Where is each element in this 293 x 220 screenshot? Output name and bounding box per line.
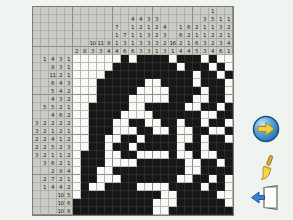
grid-cell-empty[interactable] xyxy=(81,119,89,127)
grid-cell-filled[interactable] xyxy=(169,87,177,95)
grid-cell-filled[interactable] xyxy=(129,79,137,87)
next-button[interactable] xyxy=(252,115,280,143)
grid-cell-filled[interactable] xyxy=(169,119,177,127)
grid-cell-empty[interactable] xyxy=(153,119,161,127)
grid-cell-filled[interactable] xyxy=(97,191,105,199)
grid-cell-empty[interactable] xyxy=(161,127,169,135)
grid-cell-empty[interactable] xyxy=(73,71,81,79)
grid-cell-empty[interactable] xyxy=(145,183,153,191)
grid-cell-filled[interactable] xyxy=(121,95,129,103)
grid-cell-filled[interactable] xyxy=(97,135,105,143)
grid-cell-filled[interactable] xyxy=(129,119,137,127)
grid-cell-empty[interactable] xyxy=(161,95,169,103)
grid-cell-empty[interactable] xyxy=(121,111,129,119)
grid-cell-empty[interactable] xyxy=(89,95,97,103)
grid-cell-filled[interactable] xyxy=(193,87,201,95)
grid-cell-empty[interactable] xyxy=(97,55,105,63)
grid-cell-filled[interactable] xyxy=(209,167,217,175)
grid-cell-filled[interactable] xyxy=(193,207,201,215)
grid-cell-filled[interactable] xyxy=(185,79,193,87)
grid-cell-empty[interactable] xyxy=(113,159,121,167)
grid-cell-filled[interactable] xyxy=(177,79,185,87)
grid-cell-filled[interactable] xyxy=(209,183,217,191)
grid-cell-filled[interactable] xyxy=(217,119,225,127)
grid-cell-filled[interactable] xyxy=(209,199,217,207)
grid-cell-filled[interactable] xyxy=(113,71,121,79)
grid-cell-filled[interactable] xyxy=(161,79,169,87)
grid-cell-empty[interactable] xyxy=(129,143,137,151)
grid-cell-filled[interactable] xyxy=(169,183,177,191)
grid-cell-filled[interactable] xyxy=(169,151,177,159)
grid-cell-filled[interactable] xyxy=(225,143,233,151)
grid-cell-filled[interactable] xyxy=(129,135,137,143)
grid-cell-filled[interactable] xyxy=(169,103,177,111)
grid-cell-filled[interactable] xyxy=(113,103,121,111)
grid-cell-empty[interactable] xyxy=(73,151,81,159)
grid-cell-filled[interactable] xyxy=(161,175,169,183)
grid-cell-empty[interactable] xyxy=(177,135,185,143)
grid-cell-empty[interactable] xyxy=(73,127,81,135)
grid-cell-empty[interactable] xyxy=(113,127,121,135)
grid-cell-filled[interactable] xyxy=(161,103,169,111)
grid-cell-empty[interactable] xyxy=(161,199,169,207)
grid-cell-filled[interactable] xyxy=(177,183,185,191)
grid-cell-empty[interactable] xyxy=(73,183,81,191)
grid-cell-filled[interactable] xyxy=(129,183,137,191)
grid-cell-filled[interactable] xyxy=(217,95,225,103)
grid-cell-empty[interactable] xyxy=(145,111,153,119)
grid-cell-empty[interactable] xyxy=(201,55,209,63)
grid-cell-filled[interactable] xyxy=(97,151,105,159)
grid-cell-filled[interactable] xyxy=(89,191,97,199)
grid-cell-empty[interactable] xyxy=(129,159,137,167)
grid-cell-filled[interactable] xyxy=(153,175,161,183)
grid-cell-filled[interactable] xyxy=(121,63,129,71)
grid-cell-empty[interactable] xyxy=(129,111,137,119)
grid-cell-filled[interactable] xyxy=(209,95,217,103)
grid-cell-filled[interactable] xyxy=(201,71,209,79)
grid-cell-empty[interactable] xyxy=(137,151,145,159)
grid-cell-filled[interactable] xyxy=(217,143,225,151)
grid-cell-filled[interactable] xyxy=(121,151,129,159)
grid-cell-empty[interactable] xyxy=(129,103,137,111)
grid-cell-filled[interactable] xyxy=(105,183,113,191)
grid-cell-empty[interactable] xyxy=(105,63,113,71)
grid-cell-empty[interactable] xyxy=(177,127,185,135)
grid-cell-empty[interactable] xyxy=(113,151,121,159)
grid-cell-empty[interactable] xyxy=(105,175,113,183)
grid-cell-empty[interactable] xyxy=(81,127,89,135)
grid-cell-filled[interactable] xyxy=(81,175,89,183)
grid-cell-filled[interactable] xyxy=(73,199,81,207)
grid-cell-empty[interactable] xyxy=(105,151,113,159)
grid-cell-empty[interactable] xyxy=(97,63,105,71)
grid-cell-filled[interactable] xyxy=(105,119,113,127)
grid-cell-filled[interactable] xyxy=(169,95,177,103)
grid-cell-filled[interactable] xyxy=(209,87,217,95)
grid-cell-filled[interactable] xyxy=(105,207,113,215)
grid-cell-filled[interactable] xyxy=(177,159,185,167)
grid-cell-filled[interactable] xyxy=(129,199,137,207)
grid-cell-filled[interactable] xyxy=(169,159,177,167)
grid-cell-empty[interactable] xyxy=(73,143,81,151)
grid-cell-empty[interactable] xyxy=(97,71,105,79)
grid-cell-empty[interactable] xyxy=(225,191,233,199)
grid-cell-filled[interactable] xyxy=(185,183,193,191)
grid-cell-empty[interactable] xyxy=(153,207,161,215)
grid-cell-filled[interactable] xyxy=(193,135,201,143)
grid-cell-filled[interactable] xyxy=(153,159,161,167)
grid-cell-filled[interactable] xyxy=(161,71,169,79)
grid-cell-filled[interactable] xyxy=(89,199,97,207)
grid-cell-filled[interactable] xyxy=(89,119,97,127)
grid-cell-empty[interactable] xyxy=(105,159,113,167)
grid-cell-empty[interactable] xyxy=(185,167,193,175)
grid-cell-filled[interactable] xyxy=(217,111,225,119)
grid-cell-filled[interactable] xyxy=(137,127,145,135)
grid-cell-filled[interactable] xyxy=(185,87,193,95)
grid-cell-empty[interactable] xyxy=(81,103,89,111)
grid-cell-empty[interactable] xyxy=(201,183,209,191)
grid-cell-empty[interactable] xyxy=(81,111,89,119)
grid-cell-empty[interactable] xyxy=(225,199,233,207)
grid-cell-filled[interactable] xyxy=(153,55,161,63)
grid-cell-filled[interactable] xyxy=(105,87,113,95)
grid-cell-filled[interactable] xyxy=(193,151,201,159)
grid-cell-filled[interactable] xyxy=(137,207,145,215)
grid-cell-empty[interactable] xyxy=(73,135,81,143)
grid-cell-empty[interactable] xyxy=(193,167,201,175)
grid-cell-empty[interactable] xyxy=(73,111,81,119)
grid-cell-filled[interactable] xyxy=(169,71,177,79)
grid-cell-empty[interactable] xyxy=(201,87,209,95)
grid-cell-filled[interactable] xyxy=(217,207,225,215)
grid-cell-filled[interactable] xyxy=(105,95,113,103)
grid-cell-empty[interactable] xyxy=(113,175,121,183)
grid-cell-empty[interactable] xyxy=(73,63,81,71)
grid-cell-filled[interactable] xyxy=(217,183,225,191)
grid-cell-filled[interactable] xyxy=(105,111,113,119)
grid-cell-empty[interactable] xyxy=(89,63,97,71)
grid-cell-empty[interactable] xyxy=(209,175,217,183)
grid-cell-filled[interactable] xyxy=(161,143,169,151)
grid-cell-filled[interactable] xyxy=(185,207,193,215)
grid-cell-empty[interactable] xyxy=(73,103,81,111)
grid-cell-empty[interactable] xyxy=(81,135,89,143)
grid-cell-empty[interactable] xyxy=(193,95,201,103)
grid-cell-filled[interactable] xyxy=(217,135,225,143)
grid-cell-filled[interactable] xyxy=(121,175,129,183)
grid-cell-filled[interactable] xyxy=(217,167,225,175)
grid-cell-empty[interactable] xyxy=(225,95,233,103)
grid-cell-filled[interactable] xyxy=(121,199,129,207)
grid-cell-empty[interactable] xyxy=(201,95,209,103)
grid-cell-empty[interactable] xyxy=(113,119,121,127)
grid-cell-filled[interactable] xyxy=(177,95,185,103)
grid-cell-empty[interactable] xyxy=(225,63,233,71)
grid-cell-filled[interactable] xyxy=(153,135,161,143)
grid-cell-filled[interactable] xyxy=(89,167,97,175)
grid-cell-filled[interactable] xyxy=(161,63,169,71)
grid-cell-filled[interactable] xyxy=(177,103,185,111)
grid-cell-empty[interactable] xyxy=(161,183,169,191)
grid-cell-filled[interactable] xyxy=(225,167,233,175)
grid-cell-empty[interactable] xyxy=(225,119,233,127)
grid-cell-empty[interactable] xyxy=(201,143,209,151)
grid-cell-filled[interactable] xyxy=(201,175,209,183)
grid-cell-filled[interactable] xyxy=(137,119,145,127)
grid-cell-filled[interactable] xyxy=(177,55,185,63)
grid-cell-filled[interactable] xyxy=(185,55,193,63)
grid-cell-empty[interactable] xyxy=(217,159,225,167)
grid-cell-empty[interactable] xyxy=(153,127,161,135)
grid-cell-empty[interactable] xyxy=(137,95,145,103)
grid-cell-filled[interactable] xyxy=(145,207,153,215)
grid-cell-filled[interactable] xyxy=(193,55,201,63)
grid-cell-filled[interactable] xyxy=(201,127,209,135)
grid-cell-empty[interactable] xyxy=(177,175,185,183)
grid-cell-empty[interactable] xyxy=(89,79,97,87)
grid-cell-empty[interactable] xyxy=(81,55,89,63)
grid-cell-empty[interactable] xyxy=(225,87,233,95)
grid-cell-filled[interactable] xyxy=(145,191,153,199)
grid-cell-filled[interactable] xyxy=(209,71,217,79)
grid-cell-filled[interactable] xyxy=(97,79,105,87)
grid-cell-filled[interactable] xyxy=(153,167,161,175)
grid-cell-filled[interactable] xyxy=(201,207,209,215)
grid-cell-empty[interactable] xyxy=(73,175,81,183)
grid-cell-filled[interactable] xyxy=(97,159,105,167)
grid-cell-filled[interactable] xyxy=(97,95,105,103)
grid-cell-empty[interactable] xyxy=(113,135,121,143)
grid-cell-empty[interactable] xyxy=(153,95,161,103)
grid-cell-empty[interactable] xyxy=(153,183,161,191)
grid-cell-filled[interactable] xyxy=(209,159,217,167)
grid-cell-empty[interactable] xyxy=(185,127,193,135)
grid-cell-filled[interactable] xyxy=(97,199,105,207)
grid-cell-empty[interactable] xyxy=(177,63,185,71)
grid-cell-empty[interactable] xyxy=(137,135,145,143)
grid-cell-filled[interactable] xyxy=(169,167,177,175)
grid-cell-filled[interactable] xyxy=(185,191,193,199)
grid-cell-filled[interactable] xyxy=(105,199,113,207)
grid-cell-empty[interactable] xyxy=(161,207,169,215)
grid-cell-filled[interactable] xyxy=(97,111,105,119)
grid-cell-filled[interactable] xyxy=(145,127,153,135)
grid-cell-filled[interactable] xyxy=(113,207,121,215)
grid-cell-empty[interactable] xyxy=(145,79,153,87)
grid-cell-filled[interactable] xyxy=(209,103,217,111)
grid-cell-filled[interactable] xyxy=(89,103,97,111)
grid-cell-empty[interactable] xyxy=(161,151,169,159)
grid-cell-filled[interactable] xyxy=(121,183,129,191)
grid-cell-filled[interactable] xyxy=(185,71,193,79)
grid-cell-empty[interactable] xyxy=(217,127,225,135)
puzzle-grid[interactable] xyxy=(73,55,233,215)
grid-cell-empty[interactable] xyxy=(73,167,81,175)
brush-button[interactable] xyxy=(256,155,278,183)
grid-cell-filled[interactable] xyxy=(145,63,153,71)
grid-cell-filled[interactable] xyxy=(145,55,153,63)
grid-cell-empty[interactable] xyxy=(97,175,105,183)
grid-cell-empty[interactable] xyxy=(145,87,153,95)
grid-cell-filled[interactable] xyxy=(137,71,145,79)
grid-cell-empty[interactable] xyxy=(185,175,193,183)
grid-cell-filled[interactable] xyxy=(193,183,201,191)
grid-cell-empty[interactable] xyxy=(89,87,97,95)
grid-cell-empty[interactable] xyxy=(137,87,145,95)
grid-cell-filled[interactable] xyxy=(113,95,121,103)
grid-cell-filled[interactable] xyxy=(105,71,113,79)
grid-cell-empty[interactable] xyxy=(201,119,209,127)
grid-cell-filled[interactable] xyxy=(169,111,177,119)
grid-cell-empty[interactable] xyxy=(153,151,161,159)
grid-cell-empty[interactable] xyxy=(177,143,185,151)
grid-cell-empty[interactable] xyxy=(177,119,185,127)
grid-cell-empty[interactable] xyxy=(201,151,209,159)
grid-cell-empty[interactable] xyxy=(113,55,121,63)
grid-cell-filled[interactable] xyxy=(161,159,169,167)
grid-cell-filled[interactable] xyxy=(97,119,105,127)
grid-cell-filled[interactable] xyxy=(121,55,129,63)
grid-cell-filled[interactable] xyxy=(177,167,185,175)
grid-cell-filled[interactable] xyxy=(185,63,193,71)
grid-cell-filled[interactable] xyxy=(153,63,161,71)
grid-cell-filled[interactable] xyxy=(153,111,161,119)
grid-cell-filled[interactable] xyxy=(81,199,89,207)
grid-cell-empty[interactable] xyxy=(105,143,113,151)
grid-cell-filled[interactable] xyxy=(137,159,145,167)
grid-cell-filled[interactable] xyxy=(121,143,129,151)
grid-cell-filled[interactable] xyxy=(153,71,161,79)
grid-cell-empty[interactable] xyxy=(97,183,105,191)
grid-cell-filled[interactable] xyxy=(121,103,129,111)
grid-cell-empty[interactable] xyxy=(161,87,169,95)
grid-cell-filled[interactable] xyxy=(185,111,193,119)
grid-cell-empty[interactable] xyxy=(217,191,225,199)
grid-cell-filled[interactable] xyxy=(105,79,113,87)
grid-cell-empty[interactable] xyxy=(137,103,145,111)
grid-cell-empty[interactable] xyxy=(193,159,201,167)
grid-cell-filled[interactable] xyxy=(121,87,129,95)
grid-cell-filled[interactable] xyxy=(225,151,233,159)
grid-cell-filled[interactable] xyxy=(137,143,145,151)
grid-cell-filled[interactable] xyxy=(81,207,89,215)
grid-cell-filled[interactable] xyxy=(185,143,193,151)
grid-cell-empty[interactable] xyxy=(217,71,225,79)
grid-cell-filled[interactable] xyxy=(193,119,201,127)
grid-cell-filled[interactable] xyxy=(169,79,177,87)
grid-cell-empty[interactable] xyxy=(137,111,145,119)
grid-cell-filled[interactable] xyxy=(169,207,177,215)
grid-cell-empty[interactable] xyxy=(73,87,81,95)
grid-cell-filled[interactable] xyxy=(137,55,145,63)
grid-cell-empty[interactable] xyxy=(129,55,137,63)
grid-cell-empty[interactable] xyxy=(121,127,129,135)
grid-cell-empty[interactable] xyxy=(73,159,81,167)
grid-cell-filled[interactable] xyxy=(89,143,97,151)
grid-cell-empty[interactable] xyxy=(217,55,225,63)
grid-cell-filled[interactable] xyxy=(177,191,185,199)
grid-cell-empty[interactable] xyxy=(81,95,89,103)
grid-cell-filled[interactable] xyxy=(193,175,201,183)
grid-cell-filled[interactable] xyxy=(113,87,121,95)
grid-cell-filled[interactable] xyxy=(201,167,209,175)
grid-cell-filled[interactable] xyxy=(89,159,97,167)
grid-cell-empty[interactable] xyxy=(225,79,233,87)
grid-cell-filled[interactable] xyxy=(161,111,169,119)
grid-cell-filled[interactable] xyxy=(113,191,121,199)
grid-cell-filled[interactable] xyxy=(217,175,225,183)
grid-cell-filled[interactable] xyxy=(129,151,137,159)
grid-cell-empty[interactable] xyxy=(217,103,225,111)
grid-cell-empty[interactable] xyxy=(177,151,185,159)
grid-cell-filled[interactable] xyxy=(137,191,145,199)
grid-cell-filled[interactable] xyxy=(225,103,233,111)
grid-cell-filled[interactable] xyxy=(193,63,201,71)
grid-cell-empty[interactable] xyxy=(201,111,209,119)
grid-cell-empty[interactable] xyxy=(89,55,97,63)
grid-cell-empty[interactable] xyxy=(145,119,153,127)
grid-cell-empty[interactable] xyxy=(81,63,89,71)
grid-cell-filled[interactable] xyxy=(137,167,145,175)
grid-cell-empty[interactable] xyxy=(201,135,209,143)
grid-cell-filled[interactable] xyxy=(145,143,153,151)
grid-cell-filled[interactable] xyxy=(121,71,129,79)
grid-cell-filled[interactable] xyxy=(113,143,121,151)
grid-cell-empty[interactable] xyxy=(145,95,153,103)
grid-cell-filled[interactable] xyxy=(225,111,233,119)
grid-cell-filled[interactable] xyxy=(217,199,225,207)
grid-cell-filled[interactable] xyxy=(113,111,121,119)
grid-cell-empty[interactable] xyxy=(89,183,97,191)
grid-cell-filled[interactable] xyxy=(129,191,137,199)
grid-cell-filled[interactable] xyxy=(121,79,129,87)
grid-cell-empty[interactable] xyxy=(121,119,129,127)
grid-cell-filled[interactable] xyxy=(161,119,169,127)
grid-cell-filled[interactable] xyxy=(145,167,153,175)
grid-cell-empty[interactable] xyxy=(73,79,81,87)
grid-cell-filled[interactable] xyxy=(145,175,153,183)
grid-cell-filled[interactable] xyxy=(177,207,185,215)
grid-cell-filled[interactable] xyxy=(113,167,121,175)
grid-cell-empty[interactable] xyxy=(225,135,233,143)
grid-cell-filled[interactable] xyxy=(105,127,113,135)
grid-cell-filled[interactable] xyxy=(177,71,185,79)
grid-cell-empty[interactable] xyxy=(121,159,129,167)
grid-cell-empty[interactable] xyxy=(225,175,233,183)
grid-cell-filled[interactable] xyxy=(113,79,121,87)
grid-cell-filled[interactable] xyxy=(97,143,105,151)
grid-cell-filled[interactable] xyxy=(217,79,225,87)
grid-cell-filled[interactable] xyxy=(113,63,121,71)
grid-cell-empty[interactable] xyxy=(73,119,81,127)
grid-cell-filled[interactable] xyxy=(129,207,137,215)
grid-cell-empty[interactable] xyxy=(209,127,217,135)
grid-cell-empty[interactable] xyxy=(225,183,233,191)
grid-cell-filled[interactable] xyxy=(217,87,225,95)
grid-cell-empty[interactable] xyxy=(193,71,201,79)
grid-cell-empty[interactable] xyxy=(81,87,89,95)
grid-cell-filled[interactable] xyxy=(113,199,121,207)
grid-cell-filled[interactable] xyxy=(225,127,233,135)
grid-cell-filled[interactable] xyxy=(185,119,193,127)
grid-cell-filled[interactable] xyxy=(145,159,153,167)
grid-cell-filled[interactable] xyxy=(89,151,97,159)
grid-cell-filled[interactable] xyxy=(225,71,233,79)
grid-cell-empty[interactable] xyxy=(185,151,193,159)
grid-cell-filled[interactable] xyxy=(185,95,193,103)
